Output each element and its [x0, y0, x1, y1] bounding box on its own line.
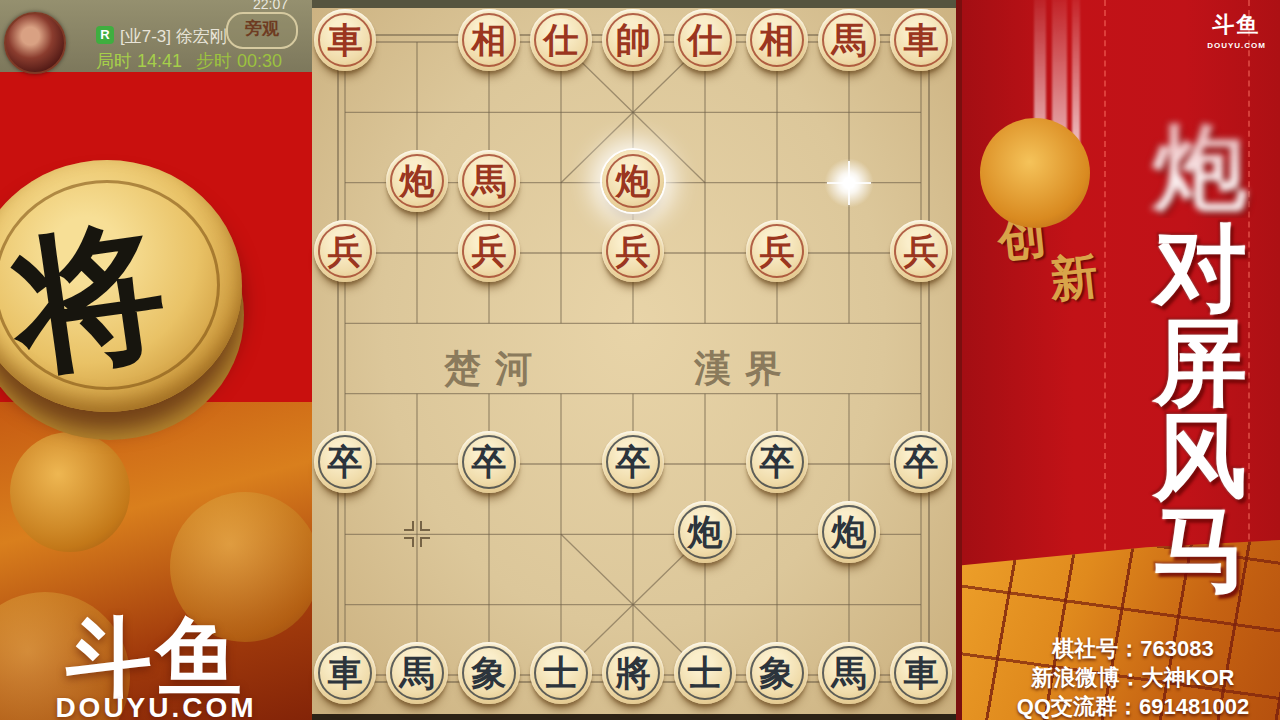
board[interactable]: 楚河 漢界 車相仕帥仕相馬車炮馬炮兵兵兵兵兵卒卒卒卒卒炮炮車馬象士將士象馬車 [312, 8, 956, 714]
piece-red-c[interactable]: 炮 [386, 150, 448, 212]
piece-black-b[interactable]: 象 [746, 642, 808, 704]
piece-red-p[interactable]: 兵 [314, 220, 376, 282]
piece-red-p[interactable]: 兵 [890, 220, 952, 282]
piece-red-p[interactable]: 兵 [458, 220, 520, 282]
spectate-button[interactable]: 旁观 [226, 12, 298, 49]
piece-black-r[interactable]: 車 [314, 642, 376, 704]
piece-red-b[interactable]: 相 [458, 9, 520, 71]
photo-piece-coin [10, 432, 130, 552]
piece-black-c[interactable]: 炮 [818, 501, 880, 563]
piece-black-k[interactable]: 將 [602, 642, 664, 704]
piece-red-a[interactable]: 仕 [674, 9, 736, 71]
board-bottom-edge [312, 714, 956, 720]
douyu-corner-logo: 斗鱼 DOUYU.COM [1207, 10, 1266, 50]
move-time: 步时 00:30 [196, 51, 282, 71]
banner-title-char: 对 [1140, 222, 1260, 316]
piece-black-p[interactable]: 卒 [746, 431, 808, 493]
banner-photo-piece [980, 118, 1090, 228]
douyu-corner-logo-text: 斗鱼 [1207, 10, 1266, 40]
piece-black-p[interactable]: 卒 [314, 431, 376, 493]
douyu-corner-logo-url: DOUYU.COM [1207, 41, 1266, 50]
contact-info: 棋社号：763083新浪微博：大神KORQQ交流群：691481002 [1002, 634, 1264, 720]
piece-black-a[interactable]: 士 [530, 642, 592, 704]
board-right-edge [956, 0, 962, 720]
photo-big-piece: 将 [0, 160, 242, 412]
piece-red-b[interactable]: 相 [746, 9, 808, 71]
piece-black-r[interactable]: 車 [890, 642, 952, 704]
contact-info-line: 新浪微博：大神KOR [1002, 663, 1264, 692]
piece-black-p[interactable]: 卒 [458, 431, 520, 493]
piece-red-a[interactable]: 仕 [530, 9, 592, 71]
move-origin-sparkle [821, 155, 877, 211]
piece-black-p[interactable]: 卒 [890, 431, 952, 493]
stream-clock: 22:07 [253, 0, 288, 12]
banner-title-char: 屏 [1140, 316, 1260, 410]
board-grid [312, 8, 956, 714]
left-panel-photo: 将 斗鱼 DOUYU.COM 房间号：1227260 [0, 72, 312, 720]
banner-dashed-line [1104, 0, 1106, 620]
contact-info-line: 棋社号：763083 [1002, 634, 1264, 663]
piece-black-p[interactable]: 卒 [602, 431, 664, 493]
piece-red-n[interactable]: 馬 [818, 9, 880, 71]
banner-title-char: 风 [1140, 410, 1260, 504]
banner-accent-char-2: 新 [1047, 244, 1101, 313]
piece-black-c[interactable]: 炮 [674, 501, 736, 563]
board-point-marker [404, 521, 430, 547]
player-name: [业7-3] 徐宏刚 [120, 25, 227, 48]
piece-red-r[interactable]: 車 [314, 9, 376, 71]
piece-black-b[interactable]: 象 [458, 642, 520, 704]
left-stream-panel: 将 斗鱼 DOUYU.COM 房间号：1227260 22:07 R [业7-3… [0, 0, 312, 720]
piece-red-r[interactable]: 車 [890, 9, 952, 71]
piece-red-p[interactable]: 兵 [746, 220, 808, 282]
piece-black-n[interactable]: 馬 [818, 642, 880, 704]
photo-big-piece-character: 将 [0, 186, 213, 417]
piece-red-c[interactable]: 炮 [602, 150, 664, 212]
player-timers: 局时 14:41步时 00:30 [96, 49, 282, 73]
board-area: 楚河 漢界 車相仕帥仕相馬車炮馬炮兵兵兵兵兵卒卒卒卒卒炮炮車馬象士將士象馬車 [312, 0, 956, 720]
river-label-right: 漢界 [694, 344, 796, 394]
rank-badge: R [96, 26, 114, 44]
piece-black-n[interactable]: 馬 [386, 642, 448, 704]
douyu-logo-url: DOUYU.COM [0, 692, 312, 720]
piece-black-a[interactable]: 士 [674, 642, 736, 704]
piece-red-p[interactable]: 兵 [602, 220, 664, 282]
banner-title-char: 马 [1140, 503, 1260, 597]
piece-red-n[interactable]: 馬 [458, 150, 520, 212]
river-label-left: 楚河 [444, 344, 546, 394]
contact-info-line: QQ交流群：691481002 [1002, 692, 1264, 720]
player-avatar[interactable] [4, 12, 66, 74]
piece-red-k[interactable]: 帥 [602, 9, 664, 71]
right-banner-panel: 帅 创 新 炮对屏风马 斗鱼 DOUYU.COM 棋社号：763083新浪微博：… [962, 0, 1280, 720]
game-time: 局时 14:41 [96, 51, 182, 71]
